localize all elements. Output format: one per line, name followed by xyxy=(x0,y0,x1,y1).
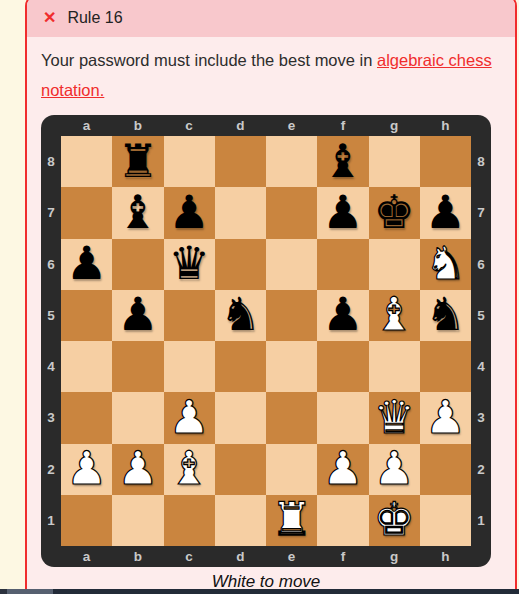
square-e3 xyxy=(266,392,317,443)
square-a5 xyxy=(61,290,112,341)
file-label-a-bottom: a xyxy=(61,546,112,567)
piece-white-rook: ♜ xyxy=(271,496,312,542)
square-g2: ♟ xyxy=(369,444,420,495)
square-a2: ♟ xyxy=(61,444,112,495)
square-a6: ♟ xyxy=(61,239,112,290)
square-h6: ♞ xyxy=(420,239,471,290)
square-e7 xyxy=(266,187,317,238)
square-b6 xyxy=(112,239,163,290)
piece-black-pawn: ♟ xyxy=(322,189,363,235)
square-f8: ♝ xyxy=(317,136,368,187)
square-h4 xyxy=(420,341,471,392)
file-label-d-top: d xyxy=(215,115,266,136)
square-d4 xyxy=(215,341,266,392)
file-label-e-top: e xyxy=(266,115,317,136)
rank-label-7-left: 7 xyxy=(41,187,61,238)
square-c5 xyxy=(164,290,215,341)
square-h5: ♞ xyxy=(420,290,471,341)
file-label-g-top: g xyxy=(369,115,420,136)
square-f3 xyxy=(317,392,368,443)
square-h8 xyxy=(420,136,471,187)
square-g3: ♛ xyxy=(369,392,420,443)
bottom-bar-segment xyxy=(53,589,519,594)
file-label-f-bottom: f xyxy=(317,546,368,567)
square-d7 xyxy=(215,187,266,238)
square-b4 xyxy=(112,341,163,392)
rule-card: ✕ Rule 16 Your password must include the… xyxy=(25,0,517,594)
rank-label-6-right: 6 xyxy=(471,239,491,290)
piece-black-rook: ♜ xyxy=(117,138,158,184)
square-a4 xyxy=(61,341,112,392)
file-label-b-bottom: b xyxy=(112,546,163,567)
piece-black-pawn: ♟ xyxy=(322,291,363,337)
square-f4 xyxy=(317,341,368,392)
piece-white-pawn: ♟ xyxy=(425,394,466,440)
piece-white-pawn: ♟ xyxy=(66,445,107,491)
piece-white-bishop: ♝ xyxy=(169,445,210,491)
square-h7: ♟ xyxy=(420,187,471,238)
board-corner xyxy=(471,115,491,136)
board-corner xyxy=(41,115,61,136)
piece-black-pawn: ♟ xyxy=(66,240,107,286)
close-icon[interactable]: ✕ xyxy=(43,10,56,26)
rank-label-8-right: 8 xyxy=(471,136,491,187)
rank-label-3-left: 3 xyxy=(41,392,61,443)
rank-label-5-right: 5 xyxy=(471,290,491,341)
rank-label-4-right: 4 xyxy=(471,341,491,392)
square-g5: ♝ xyxy=(369,290,420,341)
square-a7 xyxy=(61,187,112,238)
square-e6 xyxy=(266,239,317,290)
piece-white-bishop: ♝ xyxy=(374,291,415,337)
square-g7: ♚ xyxy=(369,187,420,238)
rank-label-2-left: 2 xyxy=(41,444,61,495)
bottom-bar-segment xyxy=(7,589,53,594)
piece-white-pawn: ♟ xyxy=(374,445,415,491)
square-h2 xyxy=(420,444,471,495)
square-a3 xyxy=(61,392,112,443)
piece-black-bishop: ♝ xyxy=(322,138,363,184)
rank-label-8-left: 8 xyxy=(41,136,61,187)
piece-black-queen: ♛ xyxy=(169,240,210,286)
square-f6 xyxy=(317,239,368,290)
rank-label-2-right: 2 xyxy=(471,444,491,495)
file-label-e-bottom: e xyxy=(266,546,317,567)
square-d5: ♞ xyxy=(215,290,266,341)
rule-title: Rule 16 xyxy=(67,9,122,27)
chess-board: abcdefgh8♜♝87♝♟♟♚♟76♟♛♞65♟♞♟♝♞5443♟♛♟32♟… xyxy=(41,115,491,567)
square-h3: ♟ xyxy=(420,392,471,443)
board-corner xyxy=(41,546,61,567)
rule-card-body: Your password must include the best move… xyxy=(27,37,515,594)
file-label-h-top: h xyxy=(420,115,471,136)
square-h1 xyxy=(420,495,471,546)
square-d1 xyxy=(215,495,266,546)
piece-black-pawn: ♟ xyxy=(169,189,210,235)
piece-black-pawn: ♟ xyxy=(117,291,158,337)
square-e4 xyxy=(266,341,317,392)
piece-white-knight: ♞ xyxy=(425,240,466,286)
file-label-c-top: c xyxy=(164,115,215,136)
square-c2: ♝ xyxy=(164,444,215,495)
file-label-h-bottom: h xyxy=(420,546,471,567)
square-b2: ♟ xyxy=(112,444,163,495)
square-e2 xyxy=(266,444,317,495)
rule-text: Your password must include the best move… xyxy=(41,45,501,105)
square-c7: ♟ xyxy=(164,187,215,238)
square-b1 xyxy=(112,495,163,546)
square-d2 xyxy=(215,444,266,495)
square-c8 xyxy=(164,136,215,187)
rank-label-5-left: 5 xyxy=(41,290,61,341)
rank-label-3-right: 3 xyxy=(471,392,491,443)
rule-card-header: ✕ Rule 16 xyxy=(27,0,515,37)
rank-label-1-right: 1 xyxy=(471,495,491,546)
file-label-d-bottom: d xyxy=(215,546,266,567)
square-f7: ♟ xyxy=(317,187,368,238)
rank-label-7-right: 7 xyxy=(471,187,491,238)
piece-white-king: ♚ xyxy=(374,496,415,542)
piece-white-pawn: ♟ xyxy=(117,445,158,491)
piece-white-queen: ♛ xyxy=(374,394,415,440)
square-d3 xyxy=(215,392,266,443)
piece-black-pawn: ♟ xyxy=(425,189,466,235)
square-a1 xyxy=(61,495,112,546)
square-f2: ♟ xyxy=(317,444,368,495)
piece-white-pawn: ♟ xyxy=(169,394,210,440)
rule-text-prefix: Your password must include the best move… xyxy=(41,51,377,69)
square-c4 xyxy=(164,341,215,392)
file-label-g-bottom: g xyxy=(369,546,420,567)
rank-label-4-left: 4 xyxy=(41,341,61,392)
square-g1: ♚ xyxy=(369,495,420,546)
bottom-bar-segment xyxy=(0,589,7,594)
square-f5: ♟ xyxy=(317,290,368,341)
square-b8: ♜ xyxy=(112,136,163,187)
square-c6: ♛ xyxy=(164,239,215,290)
board-corner xyxy=(471,546,491,567)
square-f1 xyxy=(317,495,368,546)
square-d8 xyxy=(215,136,266,187)
square-g8 xyxy=(369,136,420,187)
square-d6 xyxy=(215,239,266,290)
piece-black-knight: ♞ xyxy=(425,291,466,337)
square-c1 xyxy=(164,495,215,546)
piece-black-bishop: ♝ xyxy=(117,189,158,235)
square-e8 xyxy=(266,136,317,187)
rank-label-1-left: 1 xyxy=(41,495,61,546)
rank-label-6-left: 6 xyxy=(41,239,61,290)
chess-board-grid: abcdefgh8♜♝87♝♟♟♚♟76♟♛♞65♟♞♟♝♞5443♟♛♟32♟… xyxy=(41,115,491,567)
file-label-a-top: a xyxy=(61,115,112,136)
square-e5 xyxy=(266,290,317,341)
piece-black-king: ♚ xyxy=(374,189,415,235)
square-g4 xyxy=(369,341,420,392)
square-a8 xyxy=(61,136,112,187)
square-b5: ♟ xyxy=(112,290,163,341)
square-b7: ♝ xyxy=(112,187,163,238)
square-c3: ♟ xyxy=(164,392,215,443)
square-g6 xyxy=(369,239,420,290)
file-label-c-bottom: c xyxy=(164,546,215,567)
piece-white-pawn: ♟ xyxy=(322,445,363,491)
square-b3 xyxy=(112,392,163,443)
piece-black-knight: ♞ xyxy=(220,291,261,337)
bottom-bar xyxy=(0,589,519,594)
square-e1: ♜ xyxy=(266,495,317,546)
